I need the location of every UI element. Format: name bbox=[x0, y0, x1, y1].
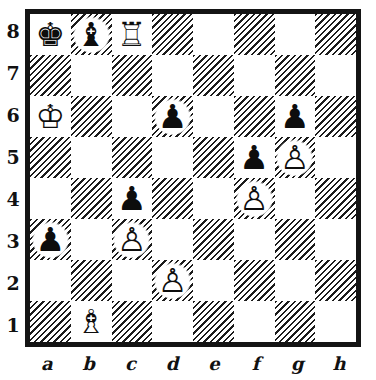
square-e1[interactable] bbox=[193, 301, 234, 342]
piece-bP-d6: ♟ bbox=[154, 98, 191, 135]
square-g2[interactable] bbox=[275, 260, 316, 301]
square-h1[interactable] bbox=[315, 301, 356, 342]
square-e3[interactable] bbox=[193, 219, 234, 260]
rank-label-6: 6 bbox=[2, 94, 24, 136]
square-a4[interactable] bbox=[30, 178, 71, 219]
square-b1[interactable]: ♗ bbox=[71, 301, 112, 342]
file-label-d: d bbox=[151, 350, 193, 376]
square-f8[interactable] bbox=[234, 14, 275, 55]
square-a8[interactable]: ♚ bbox=[30, 14, 71, 55]
rank-label-4: 4 bbox=[2, 178, 24, 220]
file-label-e: e bbox=[193, 350, 235, 376]
piece-bK-a8: ♚ bbox=[32, 16, 69, 53]
piece-bB-b8: ♝ bbox=[73, 16, 110, 53]
square-e8[interactable] bbox=[193, 14, 234, 55]
rank-label-7: 7 bbox=[2, 52, 24, 94]
square-f1[interactable] bbox=[234, 301, 275, 342]
piece-wP-f4: ♙ bbox=[236, 180, 273, 217]
file-label-f: f bbox=[235, 350, 277, 376]
square-b4[interactable] bbox=[71, 178, 112, 219]
file-label-c: c bbox=[110, 350, 152, 376]
rank-labels: 87654321 bbox=[2, 10, 24, 346]
square-h2[interactable] bbox=[315, 260, 356, 301]
square-c3[interactable]: ♙ bbox=[112, 219, 153, 260]
square-h6[interactable] bbox=[315, 96, 356, 137]
square-d6[interactable]: ♟ bbox=[152, 96, 193, 137]
file-label-a: a bbox=[26, 350, 68, 376]
file-label-h: h bbox=[318, 350, 360, 376]
square-g6[interactable]: ♟ bbox=[275, 96, 316, 137]
rank-label-5: 5 bbox=[2, 136, 24, 178]
square-c6[interactable] bbox=[112, 96, 153, 137]
square-a7[interactable] bbox=[30, 55, 71, 96]
square-c2[interactable] bbox=[112, 260, 153, 301]
square-b5[interactable] bbox=[71, 137, 112, 178]
square-d7[interactable] bbox=[152, 55, 193, 96]
square-a1[interactable] bbox=[30, 301, 71, 342]
piece-wB-b1: ♗ bbox=[73, 303, 110, 340]
piece-wP-d2: ♙ bbox=[154, 262, 191, 299]
square-a5[interactable] bbox=[30, 137, 71, 178]
rank-label-1: 1 bbox=[2, 304, 24, 346]
square-a3[interactable]: ♟ bbox=[30, 219, 71, 260]
square-e2[interactable] bbox=[193, 260, 234, 301]
square-a2[interactable] bbox=[30, 260, 71, 301]
file-labels: abcdefgh bbox=[26, 350, 360, 376]
chess-board: ♚♝♖♔♟♟♟♙♟♙♟♙♙♗ bbox=[26, 10, 360, 346]
square-f5[interactable]: ♟ bbox=[234, 137, 275, 178]
square-b7[interactable] bbox=[71, 55, 112, 96]
piece-bP-f5: ♟ bbox=[236, 139, 273, 176]
rank-label-8: 8 bbox=[2, 10, 24, 52]
square-h8[interactable] bbox=[315, 14, 356, 55]
rank-label-2: 2 bbox=[2, 262, 24, 304]
square-c8[interactable]: ♖ bbox=[112, 14, 153, 55]
square-h7[interactable] bbox=[315, 55, 356, 96]
square-c1[interactable] bbox=[112, 301, 153, 342]
square-c4[interactable]: ♟ bbox=[112, 178, 153, 219]
square-f4[interactable]: ♙ bbox=[234, 178, 275, 219]
square-e5[interactable] bbox=[193, 137, 234, 178]
square-d1[interactable] bbox=[152, 301, 193, 342]
square-d4[interactable] bbox=[152, 178, 193, 219]
square-g5[interactable]: ♙ bbox=[275, 137, 316, 178]
square-f6[interactable] bbox=[234, 96, 275, 137]
square-c5[interactable] bbox=[112, 137, 153, 178]
file-label-g: g bbox=[277, 350, 319, 376]
piece-wP-c3: ♙ bbox=[113, 221, 150, 258]
piece-wP-g5: ♙ bbox=[276, 139, 313, 176]
square-f3[interactable] bbox=[234, 219, 275, 260]
square-b6[interactable] bbox=[71, 96, 112, 137]
piece-bP-a3: ♟ bbox=[32, 221, 69, 258]
square-f7[interactable] bbox=[234, 55, 275, 96]
square-f2[interactable] bbox=[234, 260, 275, 301]
chess-diagram: 87654321 ♚♝♖♔♟♟♟♙♟♙♟♙♙♗ abcdefgh bbox=[0, 0, 376, 380]
piece-wK-a6: ♔ bbox=[32, 98, 69, 135]
square-h3[interactable] bbox=[315, 219, 356, 260]
square-d2[interactable]: ♙ bbox=[152, 260, 193, 301]
piece-wR-c8: ♖ bbox=[113, 16, 150, 53]
square-d5[interactable] bbox=[152, 137, 193, 178]
square-b3[interactable] bbox=[71, 219, 112, 260]
square-d8[interactable] bbox=[152, 14, 193, 55]
square-e7[interactable] bbox=[193, 55, 234, 96]
piece-bP-g6: ♟ bbox=[276, 98, 313, 135]
square-g8[interactable] bbox=[275, 14, 316, 55]
square-d3[interactable] bbox=[152, 219, 193, 260]
square-a6[interactable]: ♔ bbox=[30, 96, 71, 137]
square-g7[interactable] bbox=[275, 55, 316, 96]
square-g1[interactable] bbox=[275, 301, 316, 342]
square-h5[interactable] bbox=[315, 137, 356, 178]
rank-label-3: 3 bbox=[2, 220, 24, 262]
square-b2[interactable] bbox=[71, 260, 112, 301]
square-b8[interactable]: ♝ bbox=[71, 14, 112, 55]
square-g4[interactable] bbox=[275, 178, 316, 219]
piece-bP-c4: ♟ bbox=[113, 180, 150, 217]
square-e6[interactable] bbox=[193, 96, 234, 137]
square-e4[interactable] bbox=[193, 178, 234, 219]
square-g3[interactable] bbox=[275, 219, 316, 260]
file-label-b: b bbox=[68, 350, 110, 376]
square-h4[interactable] bbox=[315, 178, 356, 219]
square-c7[interactable] bbox=[112, 55, 153, 96]
